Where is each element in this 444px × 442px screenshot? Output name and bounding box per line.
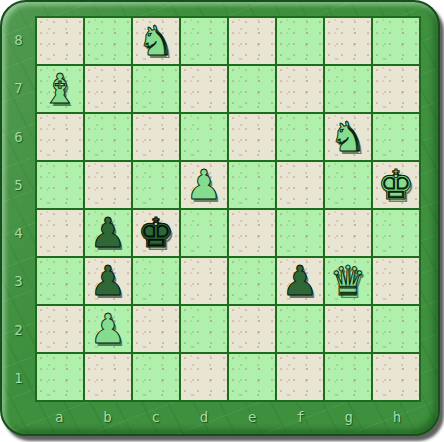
square-c2[interactable] (133, 306, 179, 352)
square-g2[interactable] (325, 306, 371, 352)
piece-black-king[interactable]: ♚ (138, 211, 175, 255)
square-d1[interactable] (181, 354, 227, 400)
piece-black-pawn[interactable]: ♟ (282, 259, 319, 303)
square-c3[interactable] (133, 258, 179, 304)
square-f6[interactable] (277, 114, 323, 160)
piece-white-bishop[interactable]: ♝ (42, 67, 79, 111)
square-b6[interactable] (85, 114, 131, 160)
piece-white-knight[interactable]: ♞ (138, 19, 175, 63)
file-label-g: g (325, 403, 373, 431)
square-g4[interactable] (325, 210, 371, 256)
square-a8[interactable] (37, 18, 83, 64)
rank-label-7: 7 (2, 64, 35, 112)
square-g8[interactable] (325, 18, 371, 64)
square-h5[interactable]: ♚ (373, 162, 419, 208)
file-label-b: b (83, 403, 131, 431)
square-b5[interactable] (85, 162, 131, 208)
square-f7[interactable] (277, 66, 323, 112)
square-d8[interactable] (181, 18, 227, 64)
square-a3[interactable] (37, 258, 83, 304)
rank-label-4: 4 (2, 209, 35, 257)
square-h1[interactable] (373, 354, 419, 400)
file-label-c: c (132, 403, 180, 431)
square-e3[interactable] (229, 258, 275, 304)
rank-label-8: 8 (2, 16, 35, 64)
square-a1[interactable] (37, 354, 83, 400)
square-d6[interactable] (181, 114, 227, 160)
square-b3[interactable]: ♟ (85, 258, 131, 304)
square-a4[interactable] (37, 210, 83, 256)
square-d7[interactable] (181, 66, 227, 112)
square-e6[interactable] (229, 114, 275, 160)
square-h2[interactable] (373, 306, 419, 352)
piece-white-king[interactable]: ♚ (378, 163, 415, 207)
square-c7[interactable] (133, 66, 179, 112)
square-g7[interactable] (325, 66, 371, 112)
square-a2[interactable] (37, 306, 83, 352)
file-label-d: d (180, 403, 228, 431)
file-label-h: h (373, 403, 421, 431)
square-f2[interactable] (277, 306, 323, 352)
square-a5[interactable] (37, 162, 83, 208)
square-d4[interactable] (181, 210, 227, 256)
square-a7[interactable]: ♝ (37, 66, 83, 112)
square-h7[interactable] (373, 66, 419, 112)
square-c5[interactable] (133, 162, 179, 208)
square-b8[interactable] (85, 18, 131, 64)
square-c4[interactable]: ♚ (133, 210, 179, 256)
square-h6[interactable] (373, 114, 419, 160)
square-e2[interactable] (229, 306, 275, 352)
square-e4[interactable] (229, 210, 275, 256)
square-f1[interactable] (277, 354, 323, 400)
square-g6[interactable]: ♞ (325, 114, 371, 160)
square-b7[interactable] (85, 66, 131, 112)
piece-black-pawn[interactable]: ♟ (90, 259, 127, 303)
square-b2[interactable]: ♟ (85, 306, 131, 352)
piece-white-queen[interactable]: ♛ (330, 259, 367, 303)
square-d3[interactable] (181, 258, 227, 304)
square-f5[interactable] (277, 162, 323, 208)
square-f3[interactable]: ♟ (277, 258, 323, 304)
square-h4[interactable] (373, 210, 419, 256)
square-d5[interactable]: ♟ (181, 162, 227, 208)
rank-label-1: 1 (2, 354, 35, 402)
rank-labels: 87654321 (2, 16, 35, 402)
file-label-f: f (276, 403, 324, 431)
square-g5[interactable] (325, 162, 371, 208)
square-e8[interactable] (229, 18, 275, 64)
square-c6[interactable] (133, 114, 179, 160)
square-c1[interactable] (133, 354, 179, 400)
square-c8[interactable]: ♞ (133, 18, 179, 64)
square-e7[interactable] (229, 66, 275, 112)
square-d2[interactable] (181, 306, 227, 352)
square-h8[interactable] (373, 18, 419, 64)
square-b4[interactable]: ♟ (85, 210, 131, 256)
square-b1[interactable] (85, 354, 131, 400)
square-e1[interactable] (229, 354, 275, 400)
board-frame: 87654321 ♞♝♞♟♚♟♚♟♟♛♟ abcdefgh (0, 0, 440, 436)
square-f4[interactable] (277, 210, 323, 256)
chess-app-window: 87654321 ♞♝♞♟♚♟♚♟♟♛♟ abcdefgh (0, 0, 444, 442)
file-labels: abcdefgh (35, 403, 421, 431)
square-g1[interactable] (325, 354, 371, 400)
rank-label-5: 5 (2, 161, 35, 209)
piece-black-pawn[interactable]: ♟ (90, 211, 127, 255)
rank-label-2: 2 (2, 306, 35, 354)
square-f8[interactable] (277, 18, 323, 64)
square-a6[interactable] (37, 114, 83, 160)
chess-board[interactable]: ♞♝♞♟♚♟♚♟♟♛♟ (35, 16, 421, 402)
piece-white-knight[interactable]: ♞ (330, 115, 367, 159)
rank-label-3: 3 (2, 257, 35, 305)
file-label-a: a (35, 403, 83, 431)
rank-label-6: 6 (2, 113, 35, 161)
square-h3[interactable] (373, 258, 419, 304)
piece-white-pawn[interactable]: ♟ (186, 163, 223, 207)
square-g3[interactable]: ♛ (325, 258, 371, 304)
piece-white-pawn[interactable]: ♟ (90, 307, 127, 351)
square-e5[interactable] (229, 162, 275, 208)
file-label-e: e (228, 403, 276, 431)
